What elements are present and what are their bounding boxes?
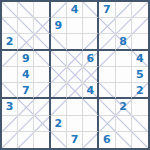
cell-r9c8[interactable] <box>116 132 132 148</box>
cell-r2c6[interactable] <box>83 18 99 34</box>
cell-r9c1[interactable] <box>2 132 18 148</box>
cell-r1c8[interactable] <box>116 2 132 18</box>
cell-r5c4[interactable] <box>51 67 67 83</box>
cell-r7c9[interactable] <box>132 99 148 115</box>
cell-r3c6[interactable] <box>83 34 99 50</box>
cell-r9c6[interactable] <box>83 132 99 148</box>
cell-r7c4[interactable] <box>51 99 67 115</box>
cell-r6c5[interactable] <box>67 83 83 99</box>
cell-r1c9[interactable] <box>132 2 148 18</box>
cell-r6c4[interactable] <box>51 83 67 99</box>
cell-r6c7[interactable] <box>99 83 115 99</box>
cell-r3c2[interactable] <box>18 34 34 50</box>
cell-r8c3[interactable] <box>34 116 50 132</box>
cell-r2c2[interactable] <box>18 18 34 34</box>
cell-r3c7[interactable] <box>99 34 115 50</box>
cell-r9c9[interactable] <box>132 132 148 148</box>
sudoku-grid: 479289644574232276 <box>2 2 148 148</box>
cell-r1c3[interactable] <box>34 2 50 18</box>
cell-r8c5[interactable] <box>67 116 83 132</box>
cell-r5c8[interactable] <box>116 67 132 83</box>
cell-r9c5[interactable]: 7 <box>67 132 83 148</box>
cell-r3c4[interactable] <box>51 34 67 50</box>
cell-r1c1[interactable] <box>2 2 18 18</box>
cell-r5c7[interactable] <box>99 67 115 83</box>
cell-r6c3[interactable] <box>34 83 50 99</box>
cell-r1c2[interactable] <box>18 2 34 18</box>
cell-r9c7[interactable]: 6 <box>99 132 115 148</box>
cell-r5c1[interactable] <box>2 67 18 83</box>
cell-r8c9[interactable] <box>132 116 148 132</box>
cell-r7c1[interactable]: 3 <box>2 99 18 115</box>
cell-r4c1[interactable] <box>2 51 18 67</box>
cell-r7c6[interactable] <box>83 99 99 115</box>
cell-r8c7[interactable] <box>99 116 115 132</box>
cell-r4c9[interactable]: 4 <box>132 51 148 67</box>
cell-r2c4[interactable]: 9 <box>51 18 67 34</box>
cell-r5c3[interactable] <box>34 67 50 83</box>
cell-r8c2[interactable] <box>18 116 34 132</box>
cell-r2c5[interactable] <box>67 18 83 34</box>
cell-r1c7[interactable]: 7 <box>99 2 115 18</box>
cell-r7c8[interactable]: 2 <box>116 99 132 115</box>
cell-r3c3[interactable] <box>34 34 50 50</box>
cell-r4c4[interactable] <box>51 51 67 67</box>
cell-r2c1[interactable] <box>2 18 18 34</box>
cell-r1c5[interactable]: 4 <box>67 2 83 18</box>
cell-r4c2[interactable]: 9 <box>18 51 34 67</box>
sudoku-board: 479289644574232276 <box>0 0 150 150</box>
cell-r3c9[interactable] <box>132 34 148 50</box>
cell-r5c2[interactable]: 4 <box>18 67 34 83</box>
cell-r4c6[interactable]: 6 <box>83 51 99 67</box>
cell-r2c9[interactable] <box>132 18 148 34</box>
cell-r9c2[interactable] <box>18 132 34 148</box>
cell-r7c5[interactable] <box>67 99 83 115</box>
cell-r5c5[interactable] <box>67 67 83 83</box>
cell-r3c8[interactable]: 8 <box>116 34 132 50</box>
cell-r8c8[interactable] <box>116 116 132 132</box>
cell-r2c3[interactable] <box>34 18 50 34</box>
cell-r8c6[interactable] <box>83 116 99 132</box>
cell-r5c9[interactable]: 5 <box>132 67 148 83</box>
cell-r7c7[interactable] <box>99 99 115 115</box>
cell-r1c6[interactable] <box>83 2 99 18</box>
cell-r9c3[interactable] <box>34 132 50 148</box>
cell-r6c8[interactable] <box>116 83 132 99</box>
cell-r4c3[interactable] <box>34 51 50 67</box>
cell-r1c4[interactable] <box>51 2 67 18</box>
cell-r2c7[interactable] <box>99 18 115 34</box>
cell-r5c6[interactable] <box>83 67 99 83</box>
cell-r6c6[interactable]: 4 <box>83 83 99 99</box>
cell-r6c9[interactable]: 2 <box>132 83 148 99</box>
cell-r7c2[interactable] <box>18 99 34 115</box>
cell-r7c3[interactable] <box>34 99 50 115</box>
cell-r2c8[interactable] <box>116 18 132 34</box>
cell-r4c7[interactable] <box>99 51 115 67</box>
cell-r8c1[interactable] <box>2 116 18 132</box>
cell-r4c8[interactable] <box>116 51 132 67</box>
cell-r6c2[interactable]: 7 <box>18 83 34 99</box>
cell-r9c4[interactable] <box>51 132 67 148</box>
cell-r6c1[interactable] <box>2 83 18 99</box>
cell-r4c5[interactable] <box>67 51 83 67</box>
cell-r3c1[interactable]: 2 <box>2 34 18 50</box>
cell-r8c4[interactable]: 2 <box>51 116 67 132</box>
cell-r3c5[interactable] <box>67 34 83 50</box>
